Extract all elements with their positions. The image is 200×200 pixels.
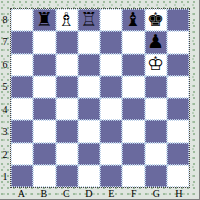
square-g6[interactable]: ♔ bbox=[145, 54, 167, 76]
square-e1[interactable] bbox=[100, 165, 122, 187]
file-label-d: D bbox=[78, 187, 101, 199]
square-b2[interactable] bbox=[33, 143, 55, 165]
file-label-f: F bbox=[123, 187, 146, 199]
square-c5[interactable] bbox=[56, 76, 78, 98]
square-a6[interactable] bbox=[11, 54, 33, 76]
piece-white-bishop-c8[interactable]: ♗ bbox=[58, 10, 75, 29]
file-label-g: G bbox=[145, 187, 168, 199]
piece-white-rook-d8[interactable]: ♖ bbox=[80, 10, 97, 29]
piece-black-rook-b8[interactable]: ♜ bbox=[36, 10, 53, 29]
square-d7[interactable] bbox=[78, 31, 100, 53]
square-b4[interactable] bbox=[33, 98, 55, 120]
square-e7[interactable] bbox=[100, 31, 122, 53]
square-e5[interactable] bbox=[100, 76, 122, 98]
file-label-c: C bbox=[55, 187, 78, 199]
square-f6[interactable] bbox=[122, 54, 144, 76]
rank-labels: 87654321 bbox=[0, 8, 10, 188]
square-c4[interactable] bbox=[56, 98, 78, 120]
file-label-e: E bbox=[100, 187, 123, 199]
piece-black-bishop-f8[interactable]: ♝ bbox=[125, 10, 142, 29]
square-c7[interactable] bbox=[56, 31, 78, 53]
square-a5[interactable] bbox=[11, 76, 33, 98]
square-h2[interactable] bbox=[167, 143, 189, 165]
square-a4[interactable] bbox=[11, 98, 33, 120]
piece-black-king-g8[interactable]: ♚ bbox=[147, 10, 164, 29]
square-g4[interactable] bbox=[145, 98, 167, 120]
square-b7[interactable] bbox=[33, 31, 55, 53]
square-c2[interactable] bbox=[56, 143, 78, 165]
square-d4[interactable] bbox=[78, 98, 100, 120]
square-h6[interactable] bbox=[167, 54, 189, 76]
square-e3[interactable] bbox=[100, 120, 122, 142]
square-f7[interactable] bbox=[122, 31, 144, 53]
square-g5[interactable] bbox=[145, 76, 167, 98]
file-label-h: H bbox=[168, 187, 191, 199]
file-labels: ABCDEFGH bbox=[10, 187, 190, 199]
rank-label-2: 2 bbox=[0, 143, 10, 166]
chess-board[interactable]: ♜♗♖♝♚♟♔ bbox=[10, 8, 190, 188]
board-frame: 87654321 ♜♗♖♝♚♟♔ ABCDEFGH bbox=[0, 0, 200, 200]
square-h1[interactable] bbox=[167, 165, 189, 187]
square-h3[interactable] bbox=[167, 120, 189, 142]
square-e6[interactable] bbox=[100, 54, 122, 76]
rank-label-6: 6 bbox=[0, 53, 10, 76]
square-g1[interactable] bbox=[145, 165, 167, 187]
square-b6[interactable] bbox=[33, 54, 55, 76]
rank-label-1: 1 bbox=[0, 166, 10, 189]
square-b3[interactable] bbox=[33, 120, 55, 142]
square-f4[interactable] bbox=[122, 98, 144, 120]
square-c1[interactable] bbox=[56, 165, 78, 187]
square-f8[interactable]: ♝ bbox=[122, 9, 144, 31]
square-a2[interactable] bbox=[11, 143, 33, 165]
square-f3[interactable] bbox=[122, 120, 144, 142]
rank-label-7: 7 bbox=[0, 31, 10, 54]
square-f1[interactable] bbox=[122, 165, 144, 187]
square-e4[interactable] bbox=[100, 98, 122, 120]
square-h8[interactable] bbox=[167, 9, 189, 31]
square-b5[interactable] bbox=[33, 76, 55, 98]
square-c8[interactable]: ♗ bbox=[56, 9, 78, 31]
square-f2[interactable] bbox=[122, 143, 144, 165]
square-b1[interactable] bbox=[33, 165, 55, 187]
square-d3[interactable] bbox=[78, 120, 100, 142]
square-d1[interactable] bbox=[78, 165, 100, 187]
file-label-b: B bbox=[33, 187, 56, 199]
piece-black-pawn-g7[interactable]: ♟ bbox=[147, 32, 164, 51]
square-g8[interactable]: ♚ bbox=[145, 9, 167, 31]
rank-label-4: 4 bbox=[0, 98, 10, 121]
square-d8[interactable]: ♖ bbox=[78, 9, 100, 31]
rank-label-8: 8 bbox=[0, 8, 10, 31]
square-g7[interactable]: ♟ bbox=[145, 31, 167, 53]
square-e8[interactable] bbox=[100, 9, 122, 31]
square-a3[interactable] bbox=[11, 120, 33, 142]
square-c3[interactable] bbox=[56, 120, 78, 142]
square-g2[interactable] bbox=[145, 143, 167, 165]
square-d5[interactable] bbox=[78, 76, 100, 98]
square-d6[interactable] bbox=[78, 54, 100, 76]
file-label-a: A bbox=[10, 187, 33, 199]
square-a1[interactable] bbox=[11, 165, 33, 187]
square-c6[interactable] bbox=[56, 54, 78, 76]
piece-white-king-g6[interactable]: ♔ bbox=[147, 54, 164, 73]
square-a7[interactable] bbox=[11, 31, 33, 53]
square-h7[interactable] bbox=[167, 31, 189, 53]
rank-label-5: 5 bbox=[0, 76, 10, 99]
square-h4[interactable] bbox=[167, 98, 189, 120]
square-e2[interactable] bbox=[100, 143, 122, 165]
rank-label-3: 3 bbox=[0, 121, 10, 144]
square-f5[interactable] bbox=[122, 76, 144, 98]
square-b8[interactable]: ♜ bbox=[33, 9, 55, 31]
square-d2[interactable] bbox=[78, 143, 100, 165]
square-a8[interactable] bbox=[11, 9, 33, 31]
square-g3[interactable] bbox=[145, 120, 167, 142]
square-h5[interactable] bbox=[167, 76, 189, 98]
